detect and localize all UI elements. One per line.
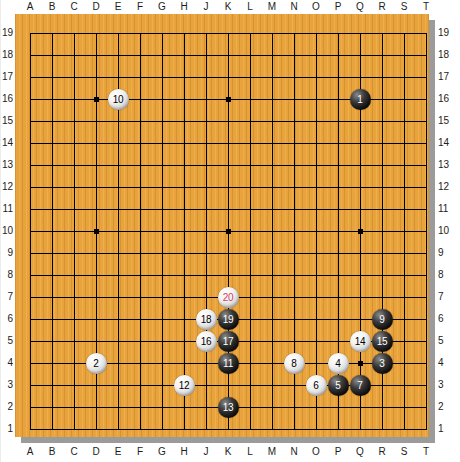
coord-label-row-17: 17 <box>1 71 13 83</box>
coord-label-col-Q: Q <box>349 1 371 13</box>
move-number: 4 <box>335 358 340 369</box>
coord-label-row-16: 16 <box>1 93 13 105</box>
coord-label-col-B: B <box>41 1 63 13</box>
coord-label-row-4: 4 <box>438 357 460 369</box>
coord-label-col-L: L <box>239 446 261 458</box>
coord-label-row-11: 11 <box>438 203 460 215</box>
coord-label-col-P: P <box>327 446 349 458</box>
move-number: 16 <box>201 336 212 347</box>
coord-label-col-H: H <box>173 1 195 13</box>
move-number: 1 <box>357 94 362 105</box>
coord-label-row-3: 3 <box>1 379 13 391</box>
coord-label-row-17: 17 <box>438 71 460 83</box>
go-board[interactable]: 1234567891011121314151617181920 <box>15 14 429 437</box>
coord-label-row-5: 5 <box>438 335 460 347</box>
coord-label-col-L: L <box>239 1 261 13</box>
coord-label-col-N: N <box>283 1 305 13</box>
stone-black-K6: 19 <box>218 309 239 330</box>
move-number: 2 <box>93 358 98 369</box>
coord-label-row-18: 18 <box>1 49 13 61</box>
coord-label-row-11: 11 <box>1 203 13 215</box>
move-number: 7 <box>357 380 362 391</box>
coord-label-col-G: G <box>151 446 173 458</box>
coord-label-col-R: R <box>371 1 393 13</box>
stone-white-O3: 6 <box>306 375 327 396</box>
coord-label-col-C: C <box>63 446 85 458</box>
coord-label-row-18: 18 <box>438 49 460 61</box>
move-number: 3 <box>379 358 384 369</box>
coord-label-row-3: 3 <box>438 379 460 391</box>
coord-label-row-16: 16 <box>438 93 460 105</box>
move-number: 14 <box>355 336 366 347</box>
stone-white-J5: 16 <box>196 331 217 352</box>
coord-label-col-A: A <box>19 446 41 458</box>
coord-label-row-2: 2 <box>438 401 460 413</box>
stone-black-R4: 3 <box>372 353 393 374</box>
coord-label-col-O: O <box>305 446 327 458</box>
coord-label-col-F: F <box>129 446 151 458</box>
coord-label-col-Q: Q <box>349 446 371 458</box>
coord-label-col-E: E <box>107 1 129 13</box>
coord-label-col-O: O <box>305 1 327 13</box>
stone-white-E16: 10 <box>108 89 129 110</box>
coord-label-col-G: G <box>151 1 173 13</box>
coord-label-row-12: 12 <box>438 181 460 193</box>
move-number: 6 <box>313 380 318 391</box>
move-number: 9 <box>379 314 384 325</box>
stone-white-K7: 20 <box>218 287 239 308</box>
stone-black-Q3: 7 <box>350 375 371 396</box>
stones-layer: 1234567891011121314151617181920 <box>19 22 437 440</box>
coord-label-row-4: 4 <box>1 357 13 369</box>
stone-black-R6: 9 <box>372 309 393 330</box>
coord-label-row-14: 14 <box>438 137 460 149</box>
coord-label-col-N: N <box>283 446 305 458</box>
coord-label-row-8: 8 <box>1 269 13 281</box>
coord-label-col-J: J <box>195 446 217 458</box>
stone-white-H3: 12 <box>174 375 195 396</box>
coord-label-row-9: 9 <box>438 247 460 259</box>
coord-label-col-H: H <box>173 446 195 458</box>
coord-label-row-1: 1 <box>1 423 13 435</box>
stone-black-R5: 15 <box>372 331 393 352</box>
move-number: 12 <box>179 380 190 391</box>
coord-label-row-12: 12 <box>1 181 13 193</box>
coord-label-row-7: 7 <box>438 291 460 303</box>
coord-label-col-A: A <box>19 1 41 13</box>
coord-label-col-C: C <box>63 1 85 13</box>
stone-white-N4: 8 <box>284 353 305 374</box>
move-number: 15 <box>377 336 388 347</box>
coord-label-col-J: J <box>195 1 217 13</box>
coord-label-col-D: D <box>85 446 107 458</box>
coord-label-row-19: 19 <box>438 27 460 39</box>
stone-white-Q5: 14 <box>350 331 371 352</box>
coord-label-col-M: M <box>261 446 283 458</box>
coord-label-row-7: 7 <box>1 291 13 303</box>
move-number: 8 <box>291 358 296 369</box>
move-number: 5 <box>335 380 340 391</box>
coord-label-row-15: 15 <box>1 115 13 127</box>
coord-label-col-S: S <box>393 1 415 13</box>
move-number: 17 <box>223 336 234 347</box>
stone-white-P4: 4 <box>328 353 349 374</box>
stone-black-Q16: 1 <box>350 89 371 110</box>
coord-label-row-6: 6 <box>438 313 460 325</box>
coord-label-row-10: 10 <box>1 225 13 237</box>
coord-label-col-D: D <box>85 1 107 13</box>
coord-label-row-13: 13 <box>1 159 13 171</box>
coord-label-col-F: F <box>129 1 151 13</box>
move-number: 11 <box>223 358 233 369</box>
coord-label-col-T: T <box>415 446 437 458</box>
stone-white-J6: 18 <box>196 309 217 330</box>
coord-label-row-10: 10 <box>438 225 460 237</box>
move-number: 19 <box>223 314 234 325</box>
coord-label-row-14: 14 <box>1 137 13 149</box>
coord-label-col-K: K <box>217 446 239 458</box>
coord-label-row-13: 13 <box>438 159 460 171</box>
coord-label-row-2: 2 <box>1 401 13 413</box>
coord-label-col-R: R <box>371 446 393 458</box>
coord-label-row-9: 9 <box>1 247 13 259</box>
move-number: 18 <box>201 314 212 325</box>
stone-white-D4: 2 <box>86 353 107 374</box>
move-number: 13 <box>223 402 234 413</box>
coord-label-col-B: B <box>41 446 63 458</box>
move-number: 10 <box>113 94 124 105</box>
coord-label-col-T: T <box>415 1 437 13</box>
stone-black-K4: 11 <box>218 353 239 374</box>
stone-black-P3: 5 <box>328 375 349 396</box>
coord-label-col-K: K <box>217 1 239 13</box>
coord-label-row-1: 1 <box>438 423 460 435</box>
coord-label-col-S: S <box>393 446 415 458</box>
move-number-last: 20 <box>223 292 234 303</box>
stone-black-K2: 13 <box>218 397 239 418</box>
coord-label-row-19: 19 <box>1 27 13 39</box>
go-diagram: ABCDEFGHJKLMNOPQRST ABCDEFGHJKLMNOPQRST … <box>1 0 460 462</box>
coord-label-row-8: 8 <box>438 269 460 281</box>
coord-label-col-E: E <box>107 446 129 458</box>
stone-black-K5: 17 <box>218 331 239 352</box>
coord-label-row-6: 6 <box>1 313 13 325</box>
coord-label-col-M: M <box>261 1 283 13</box>
coord-label-row-15: 15 <box>438 115 460 127</box>
coord-label-col-P: P <box>327 1 349 13</box>
coord-label-row-5: 5 <box>1 335 13 347</box>
